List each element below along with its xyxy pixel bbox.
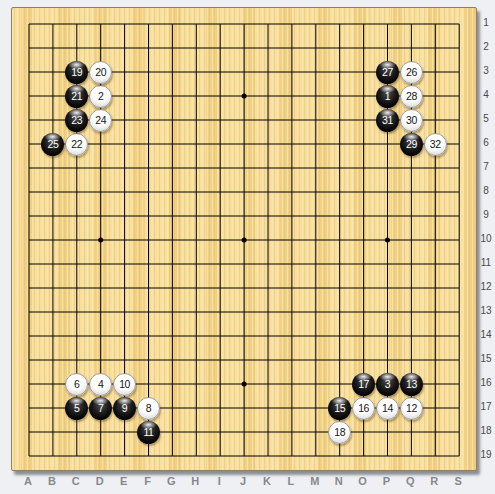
row-label-9: 9 xyxy=(477,209,495,221)
stone-move-number: 26 xyxy=(406,66,417,77)
column-label-C: C xyxy=(66,475,86,487)
row-label-3: 3 xyxy=(477,65,495,77)
stone-move-number: 17 xyxy=(358,378,369,389)
black-stone: 21 xyxy=(65,85,88,108)
stone-move-number: 23 xyxy=(71,114,82,125)
black-stone: 31 xyxy=(376,109,399,132)
column-label-F: F xyxy=(138,475,158,487)
stone-move-number: 3 xyxy=(385,378,390,389)
stone-move-number: 22 xyxy=(71,138,82,149)
stone-move-number: 4 xyxy=(98,378,103,389)
stone-move-number: 12 xyxy=(406,402,417,413)
row-label-1: 1 xyxy=(477,17,495,29)
black-stone: 27 xyxy=(376,61,399,84)
black-stone: 1 xyxy=(376,85,399,108)
stone-move-number: 25 xyxy=(47,138,58,149)
black-stone: 25 xyxy=(41,133,64,156)
stone-move-number: 11 xyxy=(143,426,153,437)
column-label-S: S xyxy=(448,475,468,487)
go-board[interactable]: 1234567891011121314151617181920212223242… xyxy=(11,7,477,471)
column-label-G: G xyxy=(161,475,181,487)
white-stone: 10 xyxy=(113,373,136,396)
stone-move-number: 1 xyxy=(385,90,390,101)
white-stone: 26 xyxy=(400,61,423,84)
column-label-D: D xyxy=(90,475,110,487)
row-label-7: 7 xyxy=(477,161,495,173)
white-stone: 6 xyxy=(65,373,88,396)
row-label-13: 13 xyxy=(477,305,495,317)
stone-move-number: 29 xyxy=(406,138,417,149)
black-stone: 3 xyxy=(376,373,399,396)
column-label-H: H xyxy=(185,475,205,487)
white-stone: 22 xyxy=(65,133,88,156)
stone-move-number: 16 xyxy=(358,402,369,413)
black-stone: 19 xyxy=(65,61,88,84)
stone-move-number: 6 xyxy=(74,378,79,389)
stone-move-number: 31 xyxy=(382,114,393,125)
stone-move-number: 15 xyxy=(334,402,345,413)
stone-move-number: 13 xyxy=(406,378,417,389)
row-label-5: 5 xyxy=(477,113,495,125)
column-label-N: N xyxy=(329,475,349,487)
column-label-Q: Q xyxy=(400,475,420,487)
stone-move-number: 24 xyxy=(95,114,106,125)
column-label-J: J xyxy=(233,475,253,487)
black-stone: 5 xyxy=(65,397,88,420)
white-stone: 28 xyxy=(400,85,423,108)
row-label-8: 8 xyxy=(477,185,495,197)
star-point xyxy=(98,238,103,243)
stone-move-number: 7 xyxy=(98,402,103,413)
row-label-10: 10 xyxy=(477,233,495,245)
go-client-window: 1234567891011121314151617181920212223242… xyxy=(0,0,495,494)
black-stone: 7 xyxy=(89,397,112,420)
stone-move-number: 19 xyxy=(71,66,82,77)
column-label-R: R xyxy=(424,475,444,487)
white-stone: 20 xyxy=(89,61,112,84)
row-label-18: 18 xyxy=(477,425,495,437)
black-stone: 23 xyxy=(65,109,88,132)
white-stone: 14 xyxy=(376,397,399,420)
column-label-A: A xyxy=(18,475,38,487)
row-label-12: 12 xyxy=(477,281,495,293)
white-stone: 18 xyxy=(328,421,351,444)
stone-move-number: 8 xyxy=(146,402,151,413)
row-label-16: 16 xyxy=(477,377,495,389)
stone-move-number: 9 xyxy=(122,402,127,413)
row-label-6: 6 xyxy=(477,137,495,149)
row-label-17: 17 xyxy=(477,401,495,413)
stone-move-number: 14 xyxy=(382,402,393,413)
stone-move-number: 10 xyxy=(119,378,130,389)
stone-move-number: 28 xyxy=(406,90,417,101)
black-stone: 15 xyxy=(328,397,351,420)
column-label-I: I xyxy=(209,475,229,487)
black-stone: 13 xyxy=(400,373,423,396)
white-stone: 8 xyxy=(137,397,160,420)
column-label-P: P xyxy=(377,475,397,487)
black-stone: 11 xyxy=(137,421,160,444)
stone-move-number: 30 xyxy=(406,114,417,125)
column-label-O: O xyxy=(353,475,373,487)
star-point xyxy=(385,238,390,243)
row-label-19: 19 xyxy=(477,449,495,461)
row-label-15: 15 xyxy=(477,353,495,365)
white-stone: 24 xyxy=(89,109,112,132)
star-point xyxy=(242,382,247,387)
star-point xyxy=(242,94,247,99)
white-stone: 30 xyxy=(400,109,423,132)
row-label-2: 2 xyxy=(477,41,495,53)
column-label-L: L xyxy=(281,475,301,487)
stone-move-number: 27 xyxy=(382,66,393,77)
stone-move-number: 20 xyxy=(95,66,106,77)
column-label-B: B xyxy=(42,475,62,487)
row-label-4: 4 xyxy=(477,89,495,101)
black-stone: 17 xyxy=(352,373,375,396)
white-stone: 2 xyxy=(89,85,112,108)
black-stone: 29 xyxy=(400,133,423,156)
stone-move-number: 18 xyxy=(334,426,345,437)
black-stone: 9 xyxy=(113,397,136,420)
column-label-E: E xyxy=(114,475,134,487)
white-stone: 32 xyxy=(424,133,447,156)
white-stone: 16 xyxy=(352,397,375,420)
column-label-M: M xyxy=(305,475,325,487)
stone-move-number: 5 xyxy=(74,402,79,413)
row-label-14: 14 xyxy=(477,329,495,341)
column-label-K: K xyxy=(257,475,277,487)
star-point xyxy=(242,238,247,243)
row-label-11: 11 xyxy=(477,257,495,269)
white-stone: 12 xyxy=(400,397,423,420)
stone-move-number: 21 xyxy=(71,90,82,101)
white-stone: 4 xyxy=(89,373,112,396)
stone-move-number: 2 xyxy=(98,90,103,101)
stone-move-number: 32 xyxy=(430,138,441,149)
